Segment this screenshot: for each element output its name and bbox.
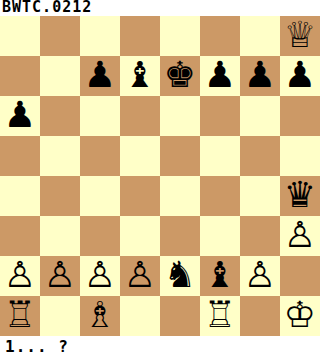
square-b2[interactable]: ♙ (40, 256, 80, 296)
square-h6[interactable] (280, 96, 320, 136)
square-b3[interactable] (40, 216, 80, 256)
black-pawn: ♟ (204, 56, 236, 95)
square-b8[interactable] (40, 16, 80, 56)
square-g2[interactable]: ♙ (240, 256, 280, 296)
square-c3[interactable] (80, 216, 120, 256)
square-e7[interactable]: ♚ (160, 56, 200, 96)
square-h1[interactable]: ♔ (280, 296, 320, 336)
black-bishop: ♝ (124, 56, 156, 95)
square-g3[interactable] (240, 216, 280, 256)
move-prompt: 1... ? (5, 337, 69, 357)
square-a8[interactable] (0, 16, 40, 56)
square-b7[interactable] (40, 56, 80, 96)
square-h7[interactable]: ♟ (280, 56, 320, 96)
black-knight: ♞ (164, 256, 196, 295)
square-g7[interactable]: ♟ (240, 56, 280, 96)
square-d6[interactable] (120, 96, 160, 136)
square-g8[interactable] (240, 16, 280, 56)
square-e3[interactable] (160, 216, 200, 256)
square-h4[interactable]: ♛ (280, 176, 320, 216)
square-b1[interactable] (40, 296, 80, 336)
square-d7[interactable]: ♝ (120, 56, 160, 96)
square-f7[interactable]: ♟ (200, 56, 240, 96)
square-d8[interactable] (120, 16, 160, 56)
square-e5[interactable] (160, 136, 200, 176)
square-c4[interactable] (80, 176, 120, 216)
square-e4[interactable] (160, 176, 200, 216)
white-pawn: ♙ (244, 256, 276, 295)
square-a5[interactable] (0, 136, 40, 176)
white-pawn: ♙ (4, 256, 36, 295)
square-f4[interactable] (200, 176, 240, 216)
square-h2[interactable] (280, 256, 320, 296)
black-king: ♚ (164, 56, 196, 95)
chess-diagram-page: BWTC.0212 ♕♟♝♚♟♟♟♟♛♙♙♙♙♙♞♝♙♖♗♖♔ 1... ? (0, 0, 320, 360)
square-g1[interactable] (240, 296, 280, 336)
black-bishop: ♝ (204, 256, 236, 295)
square-c8[interactable] (80, 16, 120, 56)
white-rook: ♖ (4, 296, 36, 335)
square-f5[interactable] (200, 136, 240, 176)
square-h3[interactable]: ♙ (280, 216, 320, 256)
square-c6[interactable] (80, 96, 120, 136)
white-pawn: ♙ (124, 256, 156, 295)
square-f1[interactable]: ♖ (200, 296, 240, 336)
square-a2[interactable]: ♙ (0, 256, 40, 296)
square-g6[interactable] (240, 96, 280, 136)
square-b6[interactable] (40, 96, 80, 136)
square-e6[interactable] (160, 96, 200, 136)
square-h8[interactable]: ♕ (280, 16, 320, 56)
white-pawn: ♙ (44, 256, 76, 295)
square-d2[interactable]: ♙ (120, 256, 160, 296)
black-pawn: ♟ (84, 56, 116, 95)
square-b4[interactable] (40, 176, 80, 216)
black-pawn: ♟ (284, 56, 316, 95)
white-pawn: ♙ (284, 216, 316, 255)
white-king: ♔ (284, 296, 316, 335)
square-d4[interactable] (120, 176, 160, 216)
white-queen: ♕ (284, 16, 316, 55)
square-a4[interactable] (0, 176, 40, 216)
white-bishop: ♗ (84, 296, 116, 335)
square-f6[interactable] (200, 96, 240, 136)
chess-board: ♕♟♝♚♟♟♟♟♛♙♙♙♙♙♞♝♙♖♗♖♔ (0, 16, 320, 336)
square-f2[interactable]: ♝ (200, 256, 240, 296)
diagram-title: BWTC.0212 (2, 0, 92, 16)
black-queen: ♛ (284, 176, 316, 215)
square-f8[interactable] (200, 16, 240, 56)
square-g4[interactable] (240, 176, 280, 216)
square-c2[interactable]: ♙ (80, 256, 120, 296)
square-a7[interactable] (0, 56, 40, 96)
square-e8[interactable] (160, 16, 200, 56)
square-b5[interactable] (40, 136, 80, 176)
square-a1[interactable]: ♖ (0, 296, 40, 336)
white-pawn: ♙ (84, 256, 116, 295)
square-a3[interactable] (0, 216, 40, 256)
square-c7[interactable]: ♟ (80, 56, 120, 96)
square-f3[interactable] (200, 216, 240, 256)
square-e2[interactable]: ♞ (160, 256, 200, 296)
square-d1[interactable] (120, 296, 160, 336)
square-h5[interactable] (280, 136, 320, 176)
black-pawn: ♟ (4, 96, 36, 135)
white-rook: ♖ (204, 296, 236, 335)
square-a6[interactable]: ♟ (0, 96, 40, 136)
square-c5[interactable] (80, 136, 120, 176)
square-d3[interactable] (120, 216, 160, 256)
square-e1[interactable] (160, 296, 200, 336)
square-g5[interactable] (240, 136, 280, 176)
square-d5[interactable] (120, 136, 160, 176)
black-pawn: ♟ (244, 56, 276, 95)
square-c1[interactable]: ♗ (80, 296, 120, 336)
